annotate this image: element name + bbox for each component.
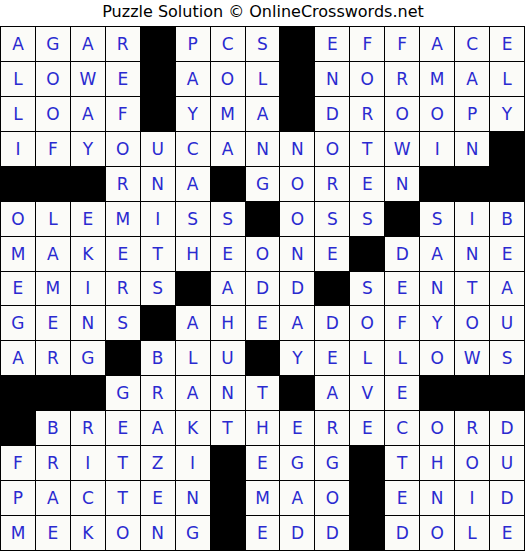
block-cell <box>211 167 245 201</box>
block-cell <box>141 62 175 96</box>
letter-cell: E <box>315 237 349 271</box>
letter-cell: A <box>1 341 35 375</box>
letter-cell: E <box>36 516 70 550</box>
puzzle-solution-page: Puzzle Solution © OnlineCrosswords.net A… <box>0 0 526 551</box>
block-cell <box>350 446 384 480</box>
block-cell <box>455 167 489 201</box>
letter-cell: F <box>385 306 419 340</box>
letter-cell: O <box>420 97 454 131</box>
letter-cell: F <box>385 27 419 61</box>
letter-cell: U <box>490 446 524 480</box>
block-cell <box>36 376 70 410</box>
letter-cell: O <box>246 237 280 271</box>
letter-cell: N <box>141 516 175 550</box>
letter-cell: O <box>1 202 35 236</box>
letter-cell: A <box>141 411 175 445</box>
block-cell <box>71 167 105 201</box>
letter-cell: L <box>490 62 524 96</box>
letter-cell: L <box>385 341 419 375</box>
letter-cell: W <box>385 132 419 166</box>
block-cell <box>1 411 35 445</box>
letter-cell: G <box>71 341 105 375</box>
letter-cell: E <box>106 411 140 445</box>
letter-cell: S <box>315 202 349 236</box>
letter-cell: E <box>246 516 280 550</box>
letter-cell: N <box>141 167 175 201</box>
letter-cell: A <box>490 272 524 306</box>
letter-cell: I <box>420 132 454 166</box>
letter-cell: S <box>246 27 280 61</box>
letter-cell: C <box>455 27 489 61</box>
block-cell <box>211 446 245 480</box>
block-cell <box>246 202 280 236</box>
letter-cell: T <box>106 481 140 515</box>
block-cell <box>455 376 489 410</box>
letter-cell: T <box>246 376 280 410</box>
letter-cell: R <box>106 272 140 306</box>
letter-cell: G <box>106 376 140 410</box>
letter-cell: E <box>211 237 245 271</box>
letter-cell: A <box>455 62 489 96</box>
letter-cell: G <box>36 27 70 61</box>
letter-cell: E <box>315 27 349 61</box>
letter-cell: R <box>315 411 349 445</box>
letter-cell: B <box>36 411 70 445</box>
block-cell <box>1 167 35 201</box>
letter-cell: N <box>211 376 245 410</box>
block-cell <box>176 272 210 306</box>
letter-cell: M <box>1 237 35 271</box>
letter-cell: N <box>455 132 489 166</box>
letter-cell: O <box>385 97 419 131</box>
letter-cell: E <box>490 237 524 271</box>
letter-cell: O <box>315 132 349 166</box>
block-cell <box>280 27 314 61</box>
letter-cell: Y <box>490 97 524 131</box>
block-cell <box>490 376 524 410</box>
letter-cell: S <box>350 202 384 236</box>
letter-cell: S <box>350 272 384 306</box>
letter-cell: O <box>280 202 314 236</box>
block-cell <box>490 132 524 166</box>
block-cell <box>420 167 454 201</box>
letter-cell: E <box>385 376 419 410</box>
block-cell <box>280 376 314 410</box>
letter-cell: T <box>385 446 419 480</box>
letter-cell: A <box>280 306 314 340</box>
letter-cell: E <box>385 481 419 515</box>
letter-cell: R <box>106 167 140 201</box>
letter-cell: L <box>350 341 384 375</box>
letter-cell: D <box>246 272 280 306</box>
letter-cell: D <box>315 516 349 550</box>
letter-cell: U <box>141 132 175 166</box>
letter-cell: E <box>350 167 384 201</box>
letter-cell: K <box>176 411 210 445</box>
letter-cell: B <box>490 202 524 236</box>
letter-cell: N <box>455 237 489 271</box>
letter-cell: O <box>420 516 454 550</box>
letter-cell: R <box>141 376 175 410</box>
block-cell <box>106 341 140 375</box>
letter-cell: A <box>36 237 70 271</box>
letter-cell: D <box>385 237 419 271</box>
letter-cell: P <box>176 27 210 61</box>
letter-cell: G <box>246 167 280 201</box>
letter-cell: E <box>246 306 280 340</box>
letter-cell: Y <box>71 132 105 166</box>
letter-cell: A <box>36 481 70 515</box>
letter-cell: V <box>350 376 384 410</box>
letter-cell: E <box>280 411 314 445</box>
letter-cell: R <box>315 167 349 201</box>
letter-cell: E <box>350 411 384 445</box>
letter-cell: A <box>71 27 105 61</box>
letter-cell: D <box>315 306 349 340</box>
letter-cell: L <box>176 341 210 375</box>
letter-cell: R <box>71 411 105 445</box>
letter-cell: O <box>106 516 140 550</box>
letter-cell: A <box>420 237 454 271</box>
letter-cell: F <box>1 446 35 480</box>
block-cell <box>211 516 245 550</box>
letter-cell: N <box>280 237 314 271</box>
letter-cell: L <box>246 62 280 96</box>
letter-cell: I <box>455 481 489 515</box>
letter-cell: O <box>36 97 70 131</box>
letter-cell: K <box>71 237 105 271</box>
letter-cell: U <box>211 341 245 375</box>
letter-cell: M <box>106 202 140 236</box>
letter-cell: O <box>420 411 454 445</box>
letter-cell: L <box>36 202 70 236</box>
letter-cell: I <box>176 446 210 480</box>
block-cell <box>350 237 384 271</box>
block-cell <box>280 97 314 131</box>
letter-cell: P <box>455 97 489 131</box>
letter-cell: O <box>350 306 384 340</box>
letter-cell: C <box>71 481 105 515</box>
letter-cell: Y <box>420 306 454 340</box>
letter-cell: W <box>71 62 105 96</box>
letter-cell: I <box>71 446 105 480</box>
letter-cell: H <box>420 446 454 480</box>
letter-cell: I <box>455 202 489 236</box>
letter-cell: A <box>1 27 35 61</box>
block-cell <box>141 27 175 61</box>
letter-cell: O <box>106 132 140 166</box>
letter-cell: G <box>315 446 349 480</box>
letter-cell: W <box>455 341 489 375</box>
letter-cell: T <box>350 132 384 166</box>
letter-cell: S <box>176 202 210 236</box>
letter-cell: N <box>71 306 105 340</box>
letter-cell: D <box>385 516 419 550</box>
letter-cell: E <box>315 341 349 375</box>
letter-cell: B <box>141 341 175 375</box>
letter-cell: D <box>490 481 524 515</box>
letter-cell: C <box>211 27 245 61</box>
letter-cell: A <box>176 306 210 340</box>
letter-cell: R <box>350 97 384 131</box>
letter-cell: S <box>141 272 175 306</box>
letter-cell: N <box>246 132 280 166</box>
letter-cell: E <box>490 27 524 61</box>
letter-cell: A <box>176 376 210 410</box>
letter-cell: A <box>211 132 245 166</box>
block-cell <box>71 376 105 410</box>
letter-cell: O <box>350 62 384 96</box>
letter-cell: C <box>385 411 419 445</box>
letter-cell: F <box>106 97 140 131</box>
letter-cell: R <box>106 27 140 61</box>
block-cell <box>420 376 454 410</box>
letter-cell: R <box>455 411 489 445</box>
letter-cell: K <box>71 516 105 550</box>
letter-cell: O <box>211 62 245 96</box>
crossword-grid: AGARPCSEFFACELOWEAOLNORMALLOAFYMADROOPYI… <box>0 26 525 551</box>
letter-cell: F <box>350 27 384 61</box>
letter-cell: T <box>455 272 489 306</box>
letter-cell: E <box>36 306 70 340</box>
letter-cell: M <box>1 516 35 550</box>
page-title: Puzzle Solution © OnlineCrosswords.net <box>0 0 526 26</box>
block-cell <box>385 202 419 236</box>
letter-cell: M <box>36 272 70 306</box>
letter-cell: D <box>280 516 314 550</box>
block-cell <box>36 167 70 201</box>
letter-cell: G <box>176 516 210 550</box>
letter-cell: E <box>71 202 105 236</box>
letter-cell: N <box>315 62 349 96</box>
letter-cell: E <box>141 481 175 515</box>
letter-cell: I <box>1 132 35 166</box>
letter-cell: I <box>141 202 175 236</box>
letter-cell: A <box>246 97 280 131</box>
letter-cell: O <box>455 306 489 340</box>
letter-cell: O <box>280 167 314 201</box>
letter-cell: P <box>1 481 35 515</box>
letter-cell: A <box>280 481 314 515</box>
letter-cell: T <box>106 446 140 480</box>
block-cell <box>280 62 314 96</box>
letter-cell: Y <box>176 97 210 131</box>
block-cell <box>350 516 384 550</box>
block-cell <box>490 167 524 201</box>
letter-cell: R <box>36 446 70 480</box>
letter-cell: N <box>420 272 454 306</box>
letter-cell: O <box>455 446 489 480</box>
block-cell <box>141 97 175 131</box>
letter-cell: E <box>490 516 524 550</box>
letter-cell: D <box>280 272 314 306</box>
block-cell <box>211 481 245 515</box>
block-cell <box>315 272 349 306</box>
letter-cell: U <box>490 306 524 340</box>
letter-cell: S <box>211 202 245 236</box>
letter-cell: G <box>1 306 35 340</box>
letter-cell: F <box>36 132 70 166</box>
letter-cell: N <box>420 481 454 515</box>
letter-cell: A <box>315 376 349 410</box>
letter-cell: H <box>246 411 280 445</box>
letter-cell: N <box>385 167 419 201</box>
letter-cell: E <box>246 446 280 480</box>
letter-cell: N <box>280 132 314 166</box>
letter-cell: O <box>36 62 70 96</box>
letter-cell: L <box>1 97 35 131</box>
block-cell <box>246 341 280 375</box>
letter-cell: A <box>176 167 210 201</box>
letter-cell: A <box>211 272 245 306</box>
letter-cell: E <box>385 272 419 306</box>
letter-cell: S <box>106 306 140 340</box>
letter-cell: A <box>71 97 105 131</box>
letter-cell: G <box>280 446 314 480</box>
letter-cell: T <box>141 237 175 271</box>
letter-cell: D <box>490 411 524 445</box>
letter-cell: I <box>71 272 105 306</box>
letter-cell: O <box>420 341 454 375</box>
letter-cell: H <box>211 306 245 340</box>
letter-cell: E <box>1 272 35 306</box>
letter-cell: H <box>176 237 210 271</box>
letter-cell: L <box>1 62 35 96</box>
letter-cell: M <box>420 62 454 96</box>
block-cell <box>350 481 384 515</box>
letter-cell: C <box>176 132 210 166</box>
letter-cell: D <box>315 97 349 131</box>
letter-cell: R <box>385 62 419 96</box>
letter-cell: R <box>36 341 70 375</box>
letter-cell: E <box>106 62 140 96</box>
letter-cell: O <box>315 481 349 515</box>
letter-cell: N <box>176 481 210 515</box>
letter-cell: M <box>211 97 245 131</box>
letter-cell: L <box>455 516 489 550</box>
block-cell <box>141 306 175 340</box>
letter-cell: T <box>211 411 245 445</box>
letter-cell: A <box>176 62 210 96</box>
letter-cell: E <box>106 237 140 271</box>
letter-cell: A <box>420 27 454 61</box>
block-cell <box>1 376 35 410</box>
letter-cell: S <box>420 202 454 236</box>
letter-cell: M <box>246 481 280 515</box>
letter-cell: Y <box>280 341 314 375</box>
letter-cell: S <box>490 341 524 375</box>
letter-cell: Z <box>141 446 175 480</box>
